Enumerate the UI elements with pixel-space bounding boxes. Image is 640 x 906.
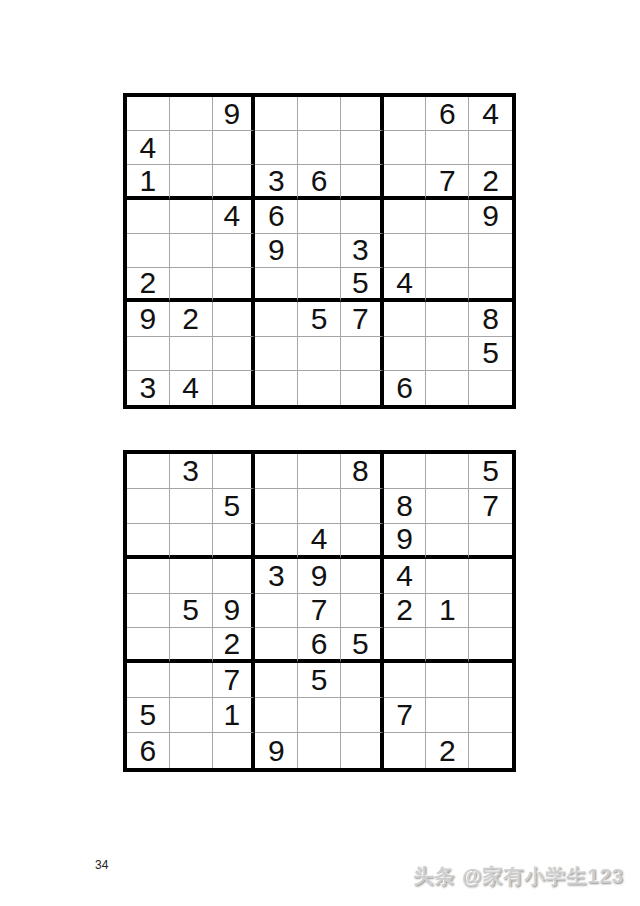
p1-cell-r5c1	[127, 234, 170, 268]
sudoku-board-bottom: 385587493945972126575517692	[123, 450, 516, 772]
p1-cell-r6c2	[170, 268, 213, 302]
p1-cell-r2c8	[426, 131, 469, 165]
p2-cell-r2c3: 5	[213, 489, 256, 524]
p2-cell-r6c5: 6	[298, 628, 341, 663]
p1-cell-r5c9	[469, 234, 512, 268]
p2-cell-r8c6	[341, 698, 384, 733]
p1-cell-r7c9: 8	[469, 302, 512, 336]
p1-cell-r2c6	[341, 131, 384, 165]
p2-cell-r5c3: 9	[213, 594, 256, 629]
p1-cell-r5c8	[426, 234, 469, 268]
p2-cell-r1c9: 5	[469, 454, 512, 489]
p2-cell-r8c8	[426, 698, 469, 733]
p1-cell-r2c3	[213, 131, 256, 165]
p1-cell-r8c7	[384, 337, 427, 371]
p2-cell-r4c8	[426, 559, 469, 594]
p2-cell-r6c1	[127, 628, 170, 663]
p1-cell-r5c7	[384, 234, 427, 268]
p1-cell-r9c4	[255, 371, 298, 405]
p2-cell-r7c9	[469, 663, 512, 698]
p2-cell-r9c9	[469, 733, 512, 768]
p1-cell-r4c7	[384, 200, 427, 234]
p2-cell-r8c7: 7	[384, 698, 427, 733]
p1-cell-r9c5	[298, 371, 341, 405]
p2-cell-r4c6	[341, 559, 384, 594]
p2-cell-r2c8	[426, 489, 469, 524]
p2-cell-r7c8	[426, 663, 469, 698]
p1-cell-r3c7	[384, 165, 427, 199]
p1-cell-r3c5: 6	[298, 165, 341, 199]
page-number: 34	[95, 858, 108, 872]
p1-cell-r3c1: 1	[127, 165, 170, 199]
p1-cell-r4c9: 9	[469, 200, 512, 234]
p1-cell-r3c9: 2	[469, 165, 512, 199]
p2-cell-r1c2: 3	[170, 454, 213, 489]
watermark-text: 头条 @家有小学生123	[414, 863, 624, 890]
p2-cell-r2c6	[341, 489, 384, 524]
p2-cell-r9c5	[298, 733, 341, 768]
p2-cell-r2c4	[255, 489, 298, 524]
p2-cell-r7c3: 7	[213, 663, 256, 698]
p1-cell-r7c2: 2	[170, 302, 213, 336]
p1-cell-r9c3	[213, 371, 256, 405]
p1-cell-r8c2	[170, 337, 213, 371]
p1-cell-r5c2	[170, 234, 213, 268]
p2-cell-r3c6	[341, 524, 384, 559]
p2-cell-r4c4: 3	[255, 559, 298, 594]
p2-cell-r3c4	[255, 524, 298, 559]
p1-cell-r3c3	[213, 165, 256, 199]
p1-cell-r9c7: 6	[384, 371, 427, 405]
p1-cell-r7c5: 5	[298, 302, 341, 336]
p1-cell-r6c3	[213, 268, 256, 302]
p2-cell-r5c5: 7	[298, 594, 341, 629]
p2-cell-r9c6	[341, 733, 384, 768]
p2-cell-r5c8: 1	[426, 594, 469, 629]
p1-cell-r6c8	[426, 268, 469, 302]
p1-cell-r9c9	[469, 371, 512, 405]
p1-cell-r8c3	[213, 337, 256, 371]
p1-cell-r1c6	[341, 97, 384, 131]
sudoku-board-top: 96441367246993254925785346	[123, 93, 516, 409]
p1-cell-r6c9	[469, 268, 512, 302]
p1-cell-r5c6: 3	[341, 234, 384, 268]
p2-cell-r3c3	[213, 524, 256, 559]
p1-cell-r2c9	[469, 131, 512, 165]
p1-cell-r1c4	[255, 97, 298, 131]
p2-cell-r8c5	[298, 698, 341, 733]
p1-cell-r4c5	[298, 200, 341, 234]
p2-cell-r8c3: 1	[213, 698, 256, 733]
p1-cell-r6c4	[255, 268, 298, 302]
p2-cell-r1c1	[127, 454, 170, 489]
p1-cell-r1c7	[384, 97, 427, 131]
p2-cell-r7c7	[384, 663, 427, 698]
p1-cell-r4c2	[170, 200, 213, 234]
p1-cell-r1c8: 6	[426, 97, 469, 131]
p1-cell-r2c4	[255, 131, 298, 165]
p2-cell-r2c1	[127, 489, 170, 524]
p2-cell-r9c8: 2	[426, 733, 469, 768]
p2-cell-r9c2	[170, 733, 213, 768]
p2-cell-r9c3	[213, 733, 256, 768]
p1-cell-r2c2	[170, 131, 213, 165]
p2-cell-r5c9	[469, 594, 512, 629]
p1-cell-r5c5	[298, 234, 341, 268]
p1-cell-r7c6: 7	[341, 302, 384, 336]
p2-cell-r8c1: 5	[127, 698, 170, 733]
p1-cell-r6c6: 5	[341, 268, 384, 302]
p2-cell-r1c4	[255, 454, 298, 489]
p2-cell-r8c9	[469, 698, 512, 733]
p2-cell-r4c5: 9	[298, 559, 341, 594]
p1-cell-r3c6	[341, 165, 384, 199]
p1-cell-r9c6	[341, 371, 384, 405]
p2-cell-r6c3: 2	[213, 628, 256, 663]
p1-cell-r1c5	[298, 97, 341, 131]
p1-cell-r3c2	[170, 165, 213, 199]
p2-cell-r3c9	[469, 524, 512, 559]
p1-cell-r4c3: 4	[213, 200, 256, 234]
p2-cell-r9c1: 6	[127, 733, 170, 768]
p2-cell-r1c7	[384, 454, 427, 489]
p1-cell-r1c1	[127, 97, 170, 131]
p2-cell-r1c5	[298, 454, 341, 489]
p1-cell-r4c6	[341, 200, 384, 234]
p1-cell-r9c8	[426, 371, 469, 405]
p2-cell-r4c2	[170, 559, 213, 594]
p2-cell-r4c9	[469, 559, 512, 594]
p1-cell-r6c5	[298, 268, 341, 302]
p2-cell-r2c7: 8	[384, 489, 427, 524]
p1-cell-r8c4	[255, 337, 298, 371]
p2-cell-r7c6	[341, 663, 384, 698]
p2-cell-r9c4: 9	[255, 733, 298, 768]
p1-cell-r9c1: 3	[127, 371, 170, 405]
p2-cell-r2c9: 7	[469, 489, 512, 524]
p1-cell-r4c8	[426, 200, 469, 234]
p1-cell-r2c5	[298, 131, 341, 165]
p1-cell-r2c1: 4	[127, 131, 170, 165]
p2-cell-r6c7	[384, 628, 427, 663]
p1-cell-r7c7	[384, 302, 427, 336]
p1-cell-r8c5	[298, 337, 341, 371]
p2-cell-r7c5: 5	[298, 663, 341, 698]
p2-cell-r5c4	[255, 594, 298, 629]
p2-cell-r1c3	[213, 454, 256, 489]
p2-cell-r2c5	[298, 489, 341, 524]
p1-cell-r2c7	[384, 131, 427, 165]
p2-cell-r3c8	[426, 524, 469, 559]
p2-cell-r5c2: 5	[170, 594, 213, 629]
p2-cell-r3c5: 4	[298, 524, 341, 559]
p1-cell-r7c1: 9	[127, 302, 170, 336]
p1-cell-r6c1: 2	[127, 268, 170, 302]
p2-cell-r9c7	[384, 733, 427, 768]
p1-cell-r1c2	[170, 97, 213, 131]
p1-cell-r1c3: 9	[213, 97, 256, 131]
p2-cell-r7c1	[127, 663, 170, 698]
p1-cell-r7c4	[255, 302, 298, 336]
p2-cell-r5c6	[341, 594, 384, 629]
p1-cell-r1c9: 4	[469, 97, 512, 131]
p2-cell-r6c8	[426, 628, 469, 663]
p2-cell-r3c7: 9	[384, 524, 427, 559]
p2-cell-r4c7: 4	[384, 559, 427, 594]
p2-cell-r1c6: 8	[341, 454, 384, 489]
p1-cell-r8c8	[426, 337, 469, 371]
p2-cell-r8c2	[170, 698, 213, 733]
p2-cell-r5c1	[127, 594, 170, 629]
p1-cell-r8c6	[341, 337, 384, 371]
p2-cell-r4c1	[127, 559, 170, 594]
p2-cell-r1c8	[426, 454, 469, 489]
p2-cell-r7c2	[170, 663, 213, 698]
p2-cell-r3c1	[127, 524, 170, 559]
p1-cell-r7c8	[426, 302, 469, 336]
p2-cell-r6c9	[469, 628, 512, 663]
p1-cell-r7c3	[213, 302, 256, 336]
p1-cell-r3c4: 3	[255, 165, 298, 199]
p2-cell-r3c2	[170, 524, 213, 559]
p2-cell-r5c7: 2	[384, 594, 427, 629]
p2-cell-r7c4	[255, 663, 298, 698]
p2-cell-r8c4	[255, 698, 298, 733]
p1-cell-r4c1	[127, 200, 170, 234]
p1-cell-r5c3	[213, 234, 256, 268]
p2-cell-r6c2	[170, 628, 213, 663]
p1-cell-r9c2: 4	[170, 371, 213, 405]
p2-cell-r6c4	[255, 628, 298, 663]
p1-cell-r8c1	[127, 337, 170, 371]
p1-cell-r5c4: 9	[255, 234, 298, 268]
p1-cell-r8c9: 5	[469, 337, 512, 371]
p2-cell-r6c6: 5	[341, 628, 384, 663]
p1-cell-r6c7: 4	[384, 268, 427, 302]
p2-cell-r4c3	[213, 559, 256, 594]
p1-cell-r4c4: 6	[255, 200, 298, 234]
p1-cell-r3c8: 7	[426, 165, 469, 199]
p2-cell-r2c2	[170, 489, 213, 524]
